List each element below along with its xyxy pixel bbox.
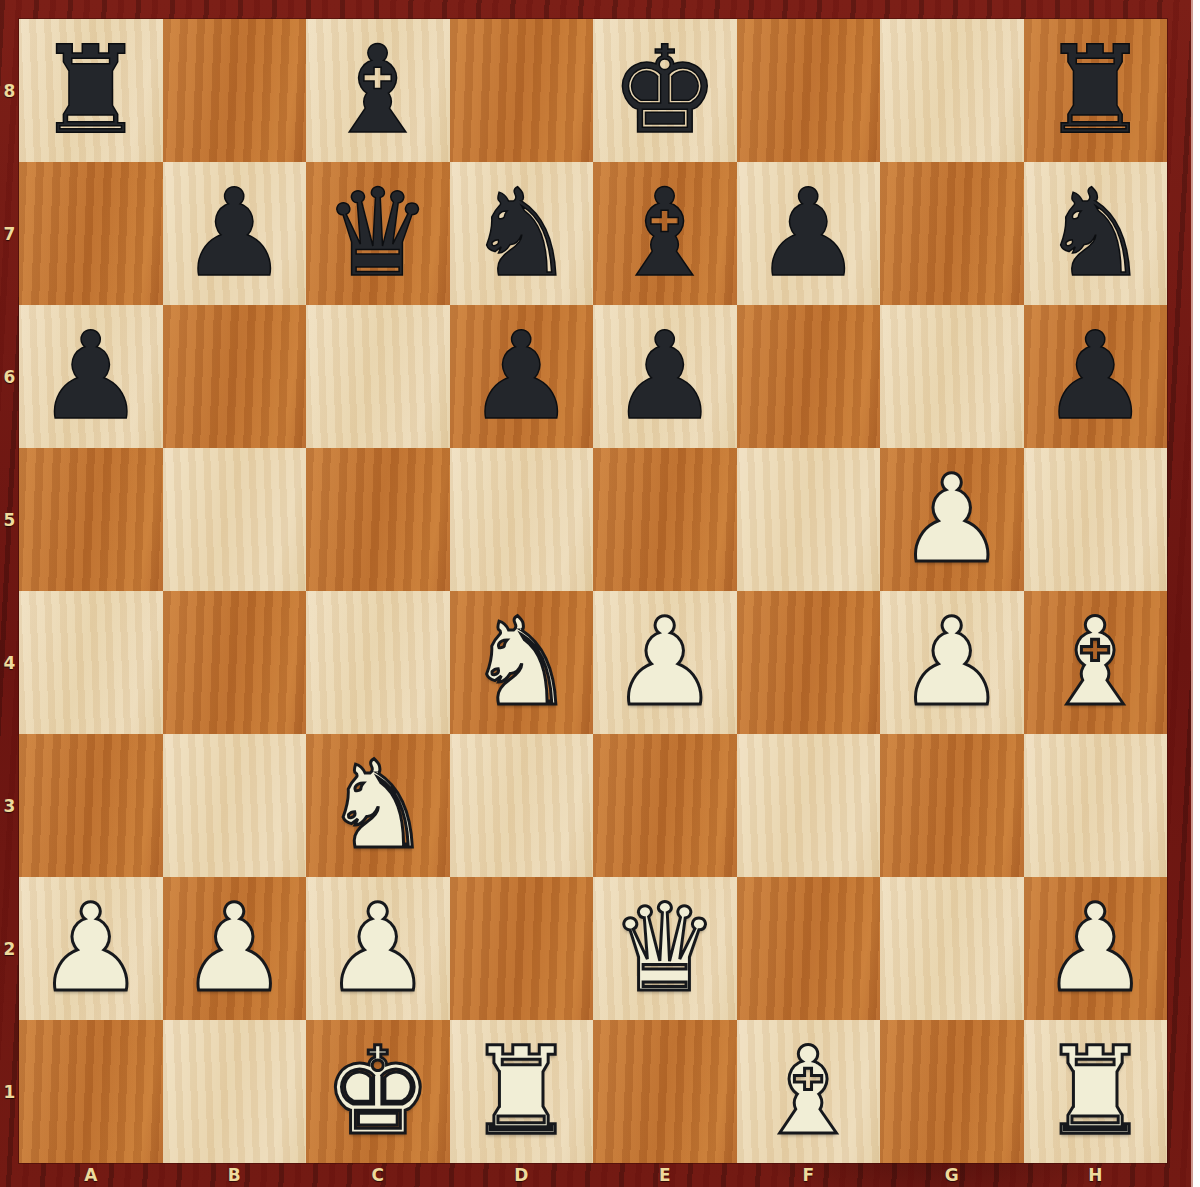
square-c3[interactable]: ♞ <box>306 734 450 877</box>
square-f7[interactable]: ♟ <box>737 162 881 305</box>
square-b2[interactable]: ♟ <box>163 877 307 1020</box>
square-c6[interactable] <box>306 305 450 448</box>
file-label-a: A <box>19 1163 163 1187</box>
square-f6[interactable] <box>737 305 881 448</box>
piece-black-pawn[interactable]: ♟ <box>1024 305 1168 448</box>
square-e1[interactable] <box>593 1020 737 1163</box>
square-a3[interactable] <box>19 734 163 877</box>
square-f3[interactable] <box>737 734 881 877</box>
piece-white-pawn[interactable]: ♟ <box>306 877 450 1020</box>
file-label-g: G <box>880 1163 1024 1187</box>
square-h7[interactable]: ♞ <box>1024 162 1168 305</box>
square-d3[interactable] <box>450 734 594 877</box>
piece-black-pawn[interactable]: ♟ <box>593 305 737 448</box>
square-d2[interactable] <box>450 877 594 1020</box>
square-c1[interactable]: ♚ <box>306 1020 450 1163</box>
square-h2[interactable]: ♟ <box>1024 877 1168 1020</box>
square-d8[interactable] <box>450 19 594 162</box>
piece-black-pawn[interactable]: ♟ <box>450 305 594 448</box>
square-g5[interactable]: ♟ <box>880 448 1024 591</box>
square-e2[interactable]: ♛ <box>593 877 737 1020</box>
square-a7[interactable] <box>19 162 163 305</box>
square-a4[interactable] <box>19 591 163 734</box>
rank-label-8: 8 <box>0 19 19 162</box>
rank-label-7: 7 <box>0 162 19 305</box>
square-d6[interactable]: ♟ <box>450 305 594 448</box>
piece-white-rook[interactable]: ♜ <box>1024 1020 1168 1163</box>
square-b1[interactable] <box>163 1020 307 1163</box>
square-c2[interactable]: ♟ <box>306 877 450 1020</box>
square-d7[interactable]: ♞ <box>450 162 594 305</box>
square-b6[interactable] <box>163 305 307 448</box>
square-d4[interactable]: ♞ <box>450 591 594 734</box>
square-h4[interactable]: ♝ <box>1024 591 1168 734</box>
square-g3[interactable] <box>880 734 1024 877</box>
piece-black-queen[interactable]: ♛ <box>306 162 450 305</box>
square-e4[interactable]: ♟ <box>593 591 737 734</box>
square-h5[interactable] <box>1024 448 1168 591</box>
square-d5[interactable] <box>450 448 594 591</box>
chess-board: ♜♝♚♜♟♛♞♝♟♞♟♟♟♟♟♞♟♟♝♞♟♟♟♛♟♚♜♝♜ <box>19 19 1167 1163</box>
piece-black-king[interactable]: ♚ <box>593 19 737 162</box>
file-label-b: B <box>163 1163 307 1187</box>
piece-white-knight[interactable]: ♞ <box>306 734 450 877</box>
square-h8[interactable]: ♜ <box>1024 19 1168 162</box>
piece-black-knight[interactable]: ♞ <box>1024 162 1168 305</box>
piece-white-pawn[interactable]: ♟ <box>19 877 163 1020</box>
piece-white-pawn[interactable]: ♟ <box>1024 877 1168 1020</box>
piece-white-queen[interactable]: ♛ <box>593 877 737 1020</box>
square-a5[interactable] <box>19 448 163 591</box>
piece-white-pawn[interactable]: ♟ <box>163 877 307 1020</box>
square-e3[interactable] <box>593 734 737 877</box>
square-f2[interactable] <box>737 877 881 1020</box>
piece-white-pawn[interactable]: ♟ <box>593 591 737 734</box>
square-c7[interactable]: ♛ <box>306 162 450 305</box>
square-g8[interactable] <box>880 19 1024 162</box>
square-b7[interactable]: ♟ <box>163 162 307 305</box>
square-c5[interactable] <box>306 448 450 591</box>
piece-black-knight[interactable]: ♞ <box>450 162 594 305</box>
square-h3[interactable] <box>1024 734 1168 877</box>
square-b4[interactable] <box>163 591 307 734</box>
rank-label-5: 5 <box>0 448 19 591</box>
square-a6[interactable]: ♟ <box>19 305 163 448</box>
file-coordinates: ABCDEFGH <box>19 1163 1167 1187</box>
piece-black-bishop[interactable]: ♝ <box>306 19 450 162</box>
rank-label-4: 4 <box>0 591 19 734</box>
rank-label-3: 3 <box>0 734 19 877</box>
square-g1[interactable] <box>880 1020 1024 1163</box>
file-label-h: H <box>1024 1163 1168 1187</box>
piece-white-pawn[interactable]: ♟ <box>880 448 1024 591</box>
file-label-c: C <box>306 1163 450 1187</box>
piece-black-bishop[interactable]: ♝ <box>593 162 737 305</box>
square-e5[interactable] <box>593 448 737 591</box>
piece-black-pawn[interactable]: ♟ <box>19 305 163 448</box>
square-f1[interactable]: ♝ <box>737 1020 881 1163</box>
piece-black-rook[interactable]: ♜ <box>1024 19 1168 162</box>
right-edge-strip <box>1191 0 1200 1187</box>
piece-white-bishop[interactable]: ♝ <box>1024 591 1168 734</box>
square-c8[interactable]: ♝ <box>306 19 450 162</box>
square-g4[interactable]: ♟ <box>880 591 1024 734</box>
square-e8[interactable]: ♚ <box>593 19 737 162</box>
rank-coordinates: 87654321 <box>0 19 19 1163</box>
square-f8[interactable] <box>737 19 881 162</box>
piece-black-pawn[interactable]: ♟ <box>737 162 881 305</box>
piece-white-rook[interactable]: ♜ <box>450 1020 594 1163</box>
square-f5[interactable] <box>737 448 881 591</box>
square-b8[interactable] <box>163 19 307 162</box>
file-label-f: F <box>737 1163 881 1187</box>
square-h6[interactable]: ♟ <box>1024 305 1168 448</box>
square-d1[interactable]: ♜ <box>450 1020 594 1163</box>
square-h1[interactable]: ♜ <box>1024 1020 1168 1163</box>
square-a8[interactable]: ♜ <box>19 19 163 162</box>
square-f4[interactable] <box>737 591 881 734</box>
piece-black-pawn[interactable]: ♟ <box>163 162 307 305</box>
board-frame: ♜♝♚♜♟♛♞♝♟♞♟♟♟♟♟♞♟♟♝♞♟♟♟♛♟♚♜♝♜ 87654321 A… <box>0 0 1200 1187</box>
square-b3[interactable] <box>163 734 307 877</box>
piece-white-bishop[interactable]: ♝ <box>737 1020 881 1163</box>
square-b5[interactable] <box>163 448 307 591</box>
rank-label-2: 2 <box>0 877 19 1020</box>
rank-label-6: 6 <box>0 305 19 448</box>
rank-label-1: 1 <box>0 1020 19 1163</box>
piece-white-knight[interactable]: ♞ <box>450 591 594 734</box>
file-label-e: E <box>593 1163 737 1187</box>
square-e7[interactable]: ♝ <box>593 162 737 305</box>
file-label-d: D <box>450 1163 594 1187</box>
piece-white-king[interactable]: ♚ <box>306 1020 450 1163</box>
piece-black-rook[interactable]: ♜ <box>19 19 163 162</box>
square-a1[interactable] <box>19 1020 163 1163</box>
square-c4[interactable] <box>306 591 450 734</box>
square-g6[interactable] <box>880 305 1024 448</box>
square-a2[interactable]: ♟ <box>19 877 163 1020</box>
square-g7[interactable] <box>880 162 1024 305</box>
square-g2[interactable] <box>880 877 1024 1020</box>
piece-white-pawn[interactable]: ♟ <box>880 591 1024 734</box>
square-e6[interactable]: ♟ <box>593 305 737 448</box>
